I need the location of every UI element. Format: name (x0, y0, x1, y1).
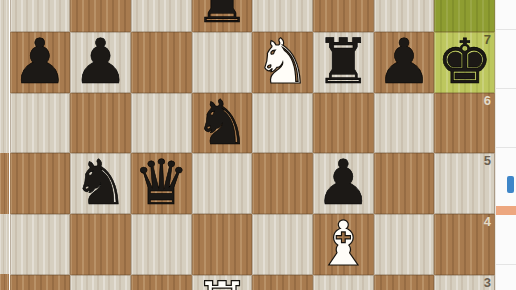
square-c3[interactable] (131, 275, 192, 290)
square-b3[interactable] (70, 275, 131, 290)
scrollbar-thumb[interactable] (507, 176, 514, 193)
square-f7[interactable]: ♜ (313, 32, 374, 93)
strip-segment-1 (0, 0, 9, 153)
piece-black-pawn-f5[interactable]: ♟ (316, 153, 372, 214)
square-f5[interactable]: ♟ (313, 153, 374, 214)
square-a3[interactable] (10, 275, 71, 290)
piece-black-pawn-b7[interactable]: ♟ (73, 32, 129, 93)
left-edge-strip (0, 0, 9, 290)
square-b5[interactable]: ♞ (70, 153, 131, 214)
square-c8[interactable] (131, 0, 192, 32)
square-e4[interactable] (252, 214, 313, 275)
rank-label-3: 3 (484, 276, 491, 290)
piece-black-pawn-g7[interactable]: ♟ (376, 32, 432, 93)
square-e5[interactable] (252, 153, 313, 214)
square-e3[interactable] (252, 275, 313, 290)
square-g3[interactable] (374, 275, 435, 290)
square-d4[interactable] (192, 214, 253, 275)
strip-segment-3 (0, 214, 9, 274)
square-b6[interactable] (70, 93, 131, 154)
square-f4[interactable]: ♝ (313, 214, 374, 275)
square-b4[interactable] (70, 214, 131, 275)
square-f6[interactable] (313, 93, 374, 154)
square-e7[interactable]: ♞ (252, 32, 313, 93)
square-h5[interactable]: 5 (434, 153, 495, 214)
square-h6[interactable]: 6 (434, 93, 495, 154)
piece-white-bishop-f4[interactable]: ♝ (316, 214, 372, 275)
square-g4[interactable] (374, 214, 435, 275)
panel-divider-3 (496, 147, 516, 148)
chess-board[interactable]: ♜8♟♟♞♜♟♚7♞6♞♛♟5♝4♜321 (10, 0, 496, 290)
square-d8[interactable]: ♜ (192, 0, 253, 32)
piece-black-knight-b5[interactable]: ♞ (73, 153, 129, 214)
square-h4[interactable]: 4 (434, 214, 495, 275)
square-g6[interactable] (374, 93, 435, 154)
side-panel (495, 0, 516, 290)
panel-divider-2 (496, 88, 516, 89)
strip-segment-4 (0, 274, 9, 290)
square-a7[interactable]: ♟ (10, 32, 71, 93)
piece-white-knight-e7[interactable]: ♞ (255, 32, 311, 93)
rank-label-6: 6 (484, 94, 491, 108)
rank-label-4: 4 (484, 215, 491, 229)
piece-black-pawn-a7[interactable]: ♟ (12, 32, 68, 93)
rank-label-7: 7 (484, 33, 491, 47)
strip-segment-2 (0, 153, 9, 214)
square-g5[interactable] (374, 153, 435, 214)
square-a5[interactable] (10, 153, 71, 214)
square-d7[interactable] (192, 32, 253, 93)
square-f3[interactable] (313, 275, 374, 290)
piece-white-rook-d3[interactable]: ♜ (194, 275, 250, 290)
piece-black-rook-d8[interactable]: ♜ (194, 0, 250, 32)
square-d3[interactable]: ♜ (192, 275, 253, 290)
square-c5[interactable]: ♛ (131, 153, 192, 214)
square-a6[interactable] (10, 93, 71, 154)
square-c6[interactable] (131, 93, 192, 154)
square-h7[interactable]: ♚7 (434, 32, 495, 93)
square-d5[interactable] (192, 153, 253, 214)
square-e6[interactable] (252, 93, 313, 154)
panel-divider-4 (496, 264, 516, 265)
square-g7[interactable]: ♟ (374, 32, 435, 93)
square-c4[interactable] (131, 214, 192, 275)
square-c7[interactable] (131, 32, 192, 93)
square-h3[interactable]: 3 (434, 275, 495, 290)
square-d6[interactable]: ♞ (192, 93, 253, 154)
piece-black-rook-f7[interactable]: ♜ (316, 32, 372, 93)
move-highlight-row[interactable] (496, 206, 516, 215)
piece-black-knight-d6[interactable]: ♞ (194, 93, 250, 154)
square-a4[interactable] (10, 214, 71, 275)
square-b7[interactable]: ♟ (70, 32, 131, 93)
piece-black-queen-c5[interactable]: ♛ (133, 153, 189, 214)
screenshot-root: ♜8♟♟♞♜♟♚7♞6♞♛♟5♝4♜321 (0, 0, 516, 290)
rank-label-5: 5 (484, 154, 491, 168)
panel-divider-1 (496, 29, 516, 30)
